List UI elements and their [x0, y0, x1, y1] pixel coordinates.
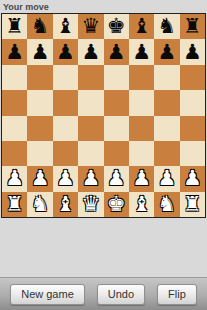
white-pawn: ♟: [158, 168, 177, 189]
square-e6[interactable]: [104, 65, 129, 90]
square-e1[interactable]: ♚: [104, 192, 129, 217]
square-h3[interactable]: [180, 141, 205, 166]
square-b2[interactable]: ♟: [27, 166, 52, 191]
black-queen: ♛: [81, 16, 100, 37]
square-c7[interactable]: ♟: [53, 39, 78, 64]
undo-button[interactable]: Undo: [97, 284, 145, 305]
white-pawn: ♟: [31, 168, 50, 189]
black-pawn: ♟: [31, 42, 50, 63]
black-rook: ♜: [5, 16, 24, 37]
black-knight: ♞: [31, 16, 50, 37]
white-pawn: ♟: [56, 168, 75, 189]
black-pawn: ♟: [107, 42, 126, 63]
app-screen: Your move ♜♞♝♛♚♝♞♜♟♟♟♟♟♟♟♟♟♟♟♟♟♟♟♟♜♞♝♛♚♝…: [0, 0, 207, 310]
black-pawn: ♟: [132, 42, 151, 63]
square-d3[interactable]: [78, 141, 103, 166]
square-b6[interactable]: [27, 65, 52, 90]
white-king: ♚: [107, 194, 126, 215]
square-a8[interactable]: ♜: [2, 14, 27, 39]
white-pawn: ♟: [5, 168, 24, 189]
status-bar: Your move: [0, 0, 207, 13]
square-a1[interactable]: ♜: [2, 192, 27, 217]
black-pawn: ♟: [183, 42, 202, 63]
square-g3[interactable]: [154, 141, 179, 166]
button-bar: New game Undo Flip: [0, 277, 207, 310]
square-b7[interactable]: ♟: [27, 39, 52, 64]
black-bishop: ♝: [56, 16, 75, 37]
square-b4[interactable]: [27, 116, 52, 141]
black-king: ♚: [107, 16, 126, 37]
square-g5[interactable]: [154, 90, 179, 115]
square-c3[interactable]: [53, 141, 78, 166]
square-d5[interactable]: [78, 90, 103, 115]
square-f2[interactable]: ♟: [129, 166, 154, 191]
white-knight: ♞: [31, 194, 50, 215]
square-g4[interactable]: [154, 116, 179, 141]
white-pawn: ♟: [107, 168, 126, 189]
square-a7[interactable]: ♟: [2, 39, 27, 64]
square-h4[interactable]: [180, 116, 205, 141]
square-e2[interactable]: ♟: [104, 166, 129, 191]
chess-board[interactable]: ♜♞♝♛♚♝♞♜♟♟♟♟♟♟♟♟♟♟♟♟♟♟♟♟♜♞♝♛♚♝♞♜: [1, 13, 206, 218]
square-f1[interactable]: ♝: [129, 192, 154, 217]
square-g6[interactable]: [154, 65, 179, 90]
square-g2[interactable]: ♟: [154, 166, 179, 191]
square-f3[interactable]: [129, 141, 154, 166]
square-d1[interactable]: ♛: [78, 192, 103, 217]
square-h6[interactable]: [180, 65, 205, 90]
square-e5[interactable]: [104, 90, 129, 115]
square-g7[interactable]: ♟: [154, 39, 179, 64]
square-a5[interactable]: [2, 90, 27, 115]
square-h2[interactable]: ♟: [180, 166, 205, 191]
square-b8[interactable]: ♞: [27, 14, 52, 39]
square-d2[interactable]: ♟: [78, 166, 103, 191]
square-f7[interactable]: ♟: [129, 39, 154, 64]
square-c1[interactable]: ♝: [53, 192, 78, 217]
square-c8[interactable]: ♝: [53, 14, 78, 39]
square-c4[interactable]: [53, 116, 78, 141]
white-knight: ♞: [158, 194, 177, 215]
square-d8[interactable]: ♛: [78, 14, 103, 39]
white-bishop: ♝: [56, 194, 75, 215]
status-text: Your move: [3, 2, 49, 12]
square-f5[interactable]: [129, 90, 154, 115]
white-bishop: ♝: [132, 194, 151, 215]
square-b1[interactable]: ♞: [27, 192, 52, 217]
white-rook: ♜: [183, 194, 202, 215]
square-c5[interactable]: [53, 90, 78, 115]
white-pawn: ♟: [132, 168, 151, 189]
square-e8[interactable]: ♚: [104, 14, 129, 39]
white-pawn: ♟: [183, 168, 202, 189]
square-a4[interactable]: [2, 116, 27, 141]
white-pawn: ♟: [81, 168, 100, 189]
square-h8[interactable]: ♜: [180, 14, 205, 39]
square-f4[interactable]: [129, 116, 154, 141]
black-pawn: ♟: [56, 42, 75, 63]
square-e4[interactable]: [104, 116, 129, 141]
new-game-button[interactable]: New game: [10, 284, 85, 305]
black-bishop: ♝: [132, 16, 151, 37]
black-pawn: ♟: [5, 42, 24, 63]
square-e7[interactable]: ♟: [104, 39, 129, 64]
square-a3[interactable]: [2, 141, 27, 166]
black-pawn: ♟: [158, 42, 177, 63]
square-f8[interactable]: ♝: [129, 14, 154, 39]
square-b3[interactable]: [27, 141, 52, 166]
square-c2[interactable]: ♟: [53, 166, 78, 191]
square-d6[interactable]: [78, 65, 103, 90]
square-f6[interactable]: [129, 65, 154, 90]
black-knight: ♞: [158, 16, 177, 37]
square-b5[interactable]: [27, 90, 52, 115]
black-rook: ♜: [183, 16, 202, 37]
flip-button[interactable]: Flip: [157, 284, 197, 305]
square-d4[interactable]: [78, 116, 103, 141]
square-h5[interactable]: [180, 90, 205, 115]
white-queen: ♛: [81, 194, 100, 215]
square-a2[interactable]: ♟: [2, 166, 27, 191]
square-a6[interactable]: [2, 65, 27, 90]
black-pawn: ♟: [81, 42, 100, 63]
square-h7[interactable]: ♟: [180, 39, 205, 64]
square-e3[interactable]: [104, 141, 129, 166]
square-c6[interactable]: [53, 65, 78, 90]
square-g1[interactable]: ♞: [154, 192, 179, 217]
white-rook: ♜: [5, 194, 24, 215]
below-board-area: [0, 218, 207, 277]
square-g8[interactable]: ♞: [154, 14, 179, 39]
square-h1[interactable]: ♜: [180, 192, 205, 217]
square-d7[interactable]: ♟: [78, 39, 103, 64]
